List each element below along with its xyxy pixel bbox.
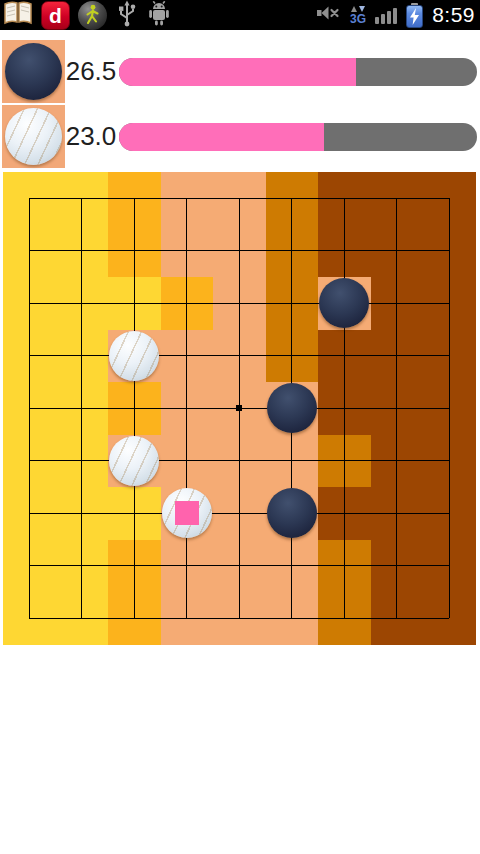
tengen-star-point [236, 405, 242, 411]
black-stone-F3[interactable] [267, 488, 317, 538]
notes-book-icon [3, 0, 33, 30]
grid-line-h [29, 565, 449, 566]
grid-line-v [396, 198, 397, 618]
speaker-muted-icon [316, 4, 341, 26]
grid-line-h [29, 513, 449, 514]
black-stone-icon [5, 43, 62, 100]
grid-line-h [29, 460, 449, 461]
black-score-bar [119, 58, 477, 86]
last-move-marker [175, 501, 199, 525]
network-3g-label: 3G [350, 13, 366, 25]
white-stone-C6[interactable] [109, 331, 159, 381]
go-board[interactable] [3, 172, 476, 645]
usb-icon [115, 0, 139, 31]
white-score-bar [119, 123, 477, 151]
android-debug-icon [147, 1, 171, 30]
grid-line-h [29, 618, 449, 619]
clock: 8:59 [432, 3, 475, 27]
black-score-row: 26.5 [2, 40, 477, 103]
network-3g-icon: 3G [350, 5, 366, 25]
white-stone-D3[interactable] [162, 488, 212, 538]
notification-icons: d [0, 0, 171, 31]
battery-charging-icon [406, 3, 423, 27]
grid-line-v [344, 198, 345, 618]
status-bar[interactable]: d [0, 0, 480, 30]
black-score-fill [119, 58, 356, 86]
black-stone-F5[interactable] [267, 383, 317, 433]
white-stone-C4[interactable] [109, 436, 159, 486]
score-panel: 26.5 23.0 [0, 30, 480, 170]
white-stone-thumbnail [2, 105, 65, 168]
white-score-value: 23.0 [65, 121, 117, 152]
pedometer-walker-icon [78, 1, 107, 30]
white-stone-icon [5, 108, 62, 165]
white-score-fill [119, 123, 324, 151]
docomo-d-icon: d [41, 1, 70, 30]
white-score-row: 23.0 [2, 105, 477, 168]
black-score-value: 26.5 [65, 56, 117, 87]
black-stone-thumbnail [2, 40, 65, 103]
system-status-icons: 3G 8:59 [316, 3, 480, 27]
grid-line-v [449, 198, 450, 618]
signal-strength-icon [375, 7, 397, 24]
